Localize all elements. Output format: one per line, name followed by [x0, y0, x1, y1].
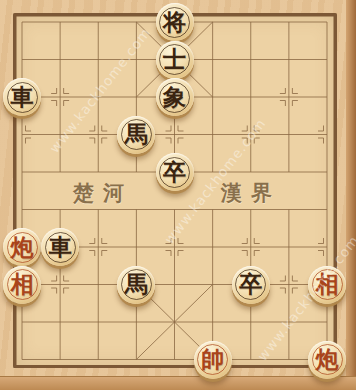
piece-ring — [159, 82, 190, 113]
piece-ring — [7, 269, 38, 300]
river-label-left: 楚河 — [73, 182, 133, 203]
black-piece-glyph: 将 — [163, 11, 186, 34]
black-advisor-piece[interactable]: 士 — [156, 41, 194, 79]
red-piece-glyph: 炮 — [316, 348, 339, 371]
piece-ring — [312, 269, 343, 300]
black-horse-a-piece[interactable]: 馬 — [117, 116, 155, 154]
red-piece-glyph: 相 — [11, 273, 34, 296]
black-soldier-b-piece[interactable]: 卒 — [232, 266, 270, 304]
black-general-piece[interactable]: 将 — [156, 3, 194, 41]
red-cannon-b-piece[interactable]: 炮 — [308, 341, 346, 379]
red-piece-glyph: 炮 — [11, 236, 34, 259]
black-piece-glyph: 卒 — [239, 273, 262, 296]
piece-ring — [121, 119, 152, 150]
black-piece-glyph: 車 — [11, 86, 34, 109]
black-elephant-piece[interactable]: 象 — [156, 78, 194, 116]
piece-ring — [197, 344, 228, 375]
black-piece-glyph: 馬 — [125, 273, 148, 296]
piece-ring — [45, 232, 76, 263]
black-piece-glyph: 士 — [163, 48, 186, 71]
black-piece-glyph: 卒 — [163, 161, 186, 184]
black-soldier-a-piece[interactable]: 卒 — [156, 153, 194, 191]
piece-ring — [7, 232, 38, 263]
river-label-right: 漢界 — [221, 182, 281, 203]
piece-ring — [121, 269, 152, 300]
red-piece-glyph: 帥 — [201, 348, 224, 371]
red-piece-glyph: 相 — [316, 273, 339, 296]
piece-ring — [312, 344, 343, 375]
black-piece-glyph: 象 — [163, 86, 186, 109]
red-elephant-b-piece[interactable]: 相 — [308, 266, 346, 304]
black-chariot-a-piece[interactable]: 車 — [3, 78, 41, 116]
black-chariot-b-piece[interactable]: 車 — [41, 228, 79, 266]
black-horse-b-piece[interactable]: 馬 — [117, 266, 155, 304]
piece-ring — [7, 82, 38, 113]
red-general-piece[interactable]: 帥 — [194, 341, 232, 379]
piece-ring — [235, 269, 266, 300]
red-elephant-a-piece[interactable]: 相 — [3, 266, 41, 304]
black-piece-glyph: 馬 — [125, 123, 148, 146]
piece-ring — [159, 7, 190, 38]
xiangqi-board: 楚河 漢界 将士車象馬卒炮車相馬卒相帥炮 www.kackhome.com ww… — [0, 0, 356, 390]
black-piece-glyph: 車 — [49, 236, 72, 259]
piece-ring — [159, 157, 190, 188]
red-cannon-a-piece[interactable]: 炮 — [3, 228, 41, 266]
piece-ring — [159, 44, 190, 75]
